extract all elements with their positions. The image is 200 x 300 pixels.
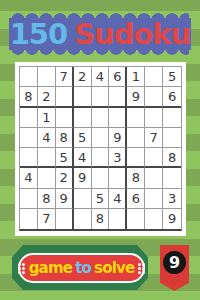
sudoku-cell xyxy=(92,128,110,148)
sudoku-cell xyxy=(109,209,127,229)
volume-badge: 9 xyxy=(160,245,189,291)
sudoku-cell xyxy=(20,108,38,128)
sudoku-cell xyxy=(56,209,74,229)
sudoku-cell xyxy=(145,189,163,209)
sudoku-cell: 2 xyxy=(38,87,56,107)
sudoku-cell: 3 xyxy=(163,189,181,209)
tagline-word-game: game xyxy=(29,261,72,276)
sudoku-cell: 2 xyxy=(56,168,74,188)
sudoku-cell xyxy=(109,168,127,188)
sudoku-cell: 8 xyxy=(163,148,181,168)
sudoku-cell: 6 xyxy=(163,87,181,107)
sudoku-cell: 1 xyxy=(38,108,56,128)
sudoku-cell: 4 xyxy=(109,189,127,209)
sudoku-cell xyxy=(92,87,110,107)
sudoku-cell xyxy=(127,148,145,168)
dots-icon xyxy=(138,263,145,274)
sudoku-cell: 4 xyxy=(38,128,56,148)
sudoku-cell: 8 xyxy=(56,128,74,148)
sudoku-cell xyxy=(127,108,145,128)
sudoku-cell xyxy=(38,67,56,87)
sudoku-cell xyxy=(145,209,163,229)
sudoku-cell xyxy=(74,87,92,107)
sudoku-cell: 6 xyxy=(127,189,145,209)
sudoku-cell xyxy=(20,189,38,209)
sudoku-cell: 9 xyxy=(109,128,127,148)
page-title: 150 Sudoku xyxy=(0,13,200,55)
sudoku-cell: 1 xyxy=(127,67,145,87)
sudoku-cell xyxy=(145,108,163,128)
sudoku-cell: 8 xyxy=(38,189,56,209)
sudoku-cell: 5 xyxy=(163,67,181,87)
sudoku-cell xyxy=(56,87,74,107)
sudoku-cell xyxy=(20,148,38,168)
sudoku-cell: 7 xyxy=(145,128,163,148)
sudoku-cell: 8 xyxy=(127,168,145,188)
sudoku-cell: 4 xyxy=(20,168,38,188)
sudoku-cell xyxy=(56,108,74,128)
sudoku-cell xyxy=(20,67,38,87)
sudoku-cell: 8 xyxy=(92,209,110,229)
sudoku-card: 724615829614859754384298895463789 xyxy=(15,62,186,236)
title-count: 150 xyxy=(10,20,68,49)
book-cover: 150 Sudoku 72461582961485975438429889546… xyxy=(0,0,200,300)
sudoku-cell: 7 xyxy=(56,67,74,87)
tagline-pill: game to solve xyxy=(18,253,145,283)
sudoku-cell xyxy=(38,168,56,188)
sudoku-cell xyxy=(109,87,127,107)
sudoku-cell xyxy=(20,128,38,148)
sudoku-cell: 4 xyxy=(74,148,92,168)
tagline-word-to: to xyxy=(75,261,91,276)
sudoku-cell xyxy=(20,209,38,229)
volume-number: 9 xyxy=(163,251,186,274)
sudoku-cell xyxy=(145,168,163,188)
sudoku-cell xyxy=(74,189,92,209)
sudoku-grid: 724615829614859754384298895463789 xyxy=(19,66,182,231)
sudoku-cell xyxy=(163,168,181,188)
sudoku-cell xyxy=(163,128,181,148)
sudoku-cell xyxy=(92,168,110,188)
sudoku-cell: 5 xyxy=(56,148,74,168)
sudoku-cell: 7 xyxy=(38,209,56,229)
sudoku-cell xyxy=(74,209,92,229)
sudoku-cell xyxy=(145,87,163,107)
sudoku-cell xyxy=(145,67,163,87)
sudoku-cell: 5 xyxy=(74,128,92,148)
tagline-word-solve: solve xyxy=(94,261,134,276)
sudoku-cell xyxy=(163,108,181,128)
sudoku-cell: 9 xyxy=(163,209,181,229)
sudoku-cell: 2 xyxy=(74,67,92,87)
sudoku-cell xyxy=(109,108,127,128)
dots-icon xyxy=(18,263,25,274)
sudoku-cell: 6 xyxy=(109,67,127,87)
sudoku-cell: 9 xyxy=(56,189,74,209)
sudoku-cell xyxy=(127,128,145,148)
sudoku-cell: 9 xyxy=(74,168,92,188)
sudoku-cell xyxy=(38,148,56,168)
sudoku-cell xyxy=(145,148,163,168)
sudoku-cell: 4 xyxy=(92,67,110,87)
sudoku-cell xyxy=(74,108,92,128)
sudoku-cell xyxy=(92,148,110,168)
title-word: Sudoku xyxy=(74,20,190,49)
sudoku-cell: 3 xyxy=(109,148,127,168)
sudoku-cell: 9 xyxy=(127,87,145,107)
sudoku-cell: 5 xyxy=(92,189,110,209)
sudoku-cell xyxy=(92,108,110,128)
sudoku-cell: 8 xyxy=(20,87,38,107)
sudoku-cell xyxy=(127,209,145,229)
